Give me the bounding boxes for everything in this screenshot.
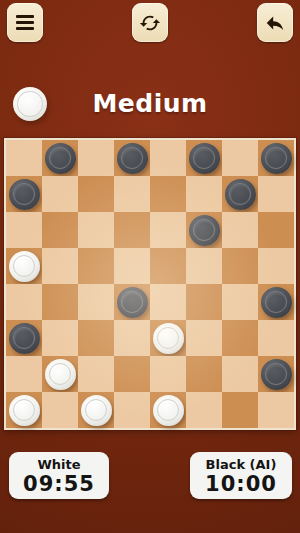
square-r2c3[interactable]: [78, 176, 114, 212]
square-r5c6[interactable]: [186, 284, 222, 320]
square-r4c4: [114, 248, 150, 284]
black-checker[interactable]: [261, 359, 292, 390]
square-r5c1: [6, 284, 42, 320]
square-r7c6[interactable]: [186, 356, 222, 392]
square-r3c1: [6, 212, 42, 248]
square-r5c4[interactable]: [114, 284, 150, 320]
square-r8c6: [186, 392, 222, 428]
white-checker[interactable]: [153, 323, 184, 354]
square-r6c3[interactable]: [78, 320, 114, 356]
square-r3c2[interactable]: [42, 212, 78, 248]
square-r5c2[interactable]: [42, 284, 78, 320]
white-checker[interactable]: [81, 395, 112, 426]
square-r8c2: [42, 392, 78, 428]
title-row: Medium: [0, 85, 300, 123]
square-r3c6[interactable]: [186, 212, 222, 248]
square-r4c2: [42, 248, 78, 284]
white-turn-indicator-piece: [13, 87, 47, 121]
black-checker[interactable]: [261, 287, 292, 318]
square-r3c3: [78, 212, 114, 248]
square-r4c1[interactable]: [6, 248, 42, 284]
square-r8c7[interactable]: [222, 392, 258, 428]
square-r1c5: [150, 140, 186, 176]
square-r6c1[interactable]: [6, 320, 42, 356]
black-checker[interactable]: [45, 143, 76, 174]
square-r8c5[interactable]: [150, 392, 186, 428]
hamburger-icon: [16, 12, 34, 33]
square-r1c6[interactable]: [186, 140, 222, 176]
square-r5c8[interactable]: [258, 284, 294, 320]
black-clock-label: Black (AI): [190, 457, 292, 472]
white-checker[interactable]: [153, 395, 184, 426]
square-r7c5: [150, 356, 186, 392]
square-r1c3: [78, 140, 114, 176]
black-checker[interactable]: [9, 179, 40, 210]
square-r3c5: [150, 212, 186, 248]
square-r3c7: [222, 212, 258, 248]
black-checker[interactable]: [261, 143, 292, 174]
black-checker[interactable]: [225, 179, 256, 210]
checkers-board: [4, 138, 296, 430]
undo-button[interactable]: [257, 3, 293, 42]
square-r5c3: [78, 284, 114, 320]
toolbar: [0, 3, 300, 43]
square-r6c8: [258, 320, 294, 356]
square-r4c5[interactable]: [150, 248, 186, 284]
square-r2c8: [258, 176, 294, 212]
square-r1c1: [6, 140, 42, 176]
square-r2c2: [42, 176, 78, 212]
black-clock-time: 10:00: [190, 472, 292, 496]
square-r4c3[interactable]: [78, 248, 114, 284]
square-r3c4[interactable]: [114, 212, 150, 248]
square-r8c3[interactable]: [78, 392, 114, 428]
square-r7c8[interactable]: [258, 356, 294, 392]
square-r7c1: [6, 356, 42, 392]
menu-button[interactable]: [7, 3, 43, 42]
square-r1c7: [222, 140, 258, 176]
undo-arrow-icon: [264, 12, 286, 34]
white-clock-time: 09:55: [9, 472, 109, 496]
square-r2c7[interactable]: [222, 176, 258, 212]
black-checker[interactable]: [189, 215, 220, 246]
square-r6c4: [114, 320, 150, 356]
black-checker[interactable]: [189, 143, 220, 174]
square-r7c4[interactable]: [114, 356, 150, 392]
white-clock-label: White: [9, 457, 109, 472]
square-r7c3: [78, 356, 114, 392]
square-r4c7[interactable]: [222, 248, 258, 284]
square-r3c8[interactable]: [258, 212, 294, 248]
square-r8c8: [258, 392, 294, 428]
square-r6c7[interactable]: [222, 320, 258, 356]
square-r7c2[interactable]: [42, 356, 78, 392]
square-r8c4: [114, 392, 150, 428]
white-clock-panel: White 09:55: [9, 452, 109, 499]
refresh-icon: [139, 12, 161, 34]
black-checker[interactable]: [117, 143, 148, 174]
square-r1c8[interactable]: [258, 140, 294, 176]
white-checker[interactable]: [9, 251, 40, 282]
square-r6c6: [186, 320, 222, 356]
white-checker[interactable]: [45, 359, 76, 390]
square-r8c1[interactable]: [6, 392, 42, 428]
square-r7c7: [222, 356, 258, 392]
square-r4c6: [186, 248, 222, 284]
white-checker[interactable]: [9, 395, 40, 426]
app-screen: Medium White 09:55 Black (AI) 10:00: [0, 0, 300, 533]
square-r2c5[interactable]: [150, 176, 186, 212]
square-r1c4[interactable]: [114, 140, 150, 176]
square-r5c5: [150, 284, 186, 320]
square-r6c2: [42, 320, 78, 356]
black-checker[interactable]: [117, 287, 148, 318]
square-r6c5[interactable]: [150, 320, 186, 356]
square-r1c2[interactable]: [42, 140, 78, 176]
square-r2c4: [114, 176, 150, 212]
square-r2c1[interactable]: [6, 176, 42, 212]
black-clock-panel: Black (AI) 10:00: [190, 452, 292, 499]
restart-button[interactable]: [132, 3, 168, 42]
black-checker[interactable]: [9, 323, 40, 354]
square-r4c8: [258, 248, 294, 284]
square-r5c7: [222, 284, 258, 320]
square-r2c6: [186, 176, 222, 212]
